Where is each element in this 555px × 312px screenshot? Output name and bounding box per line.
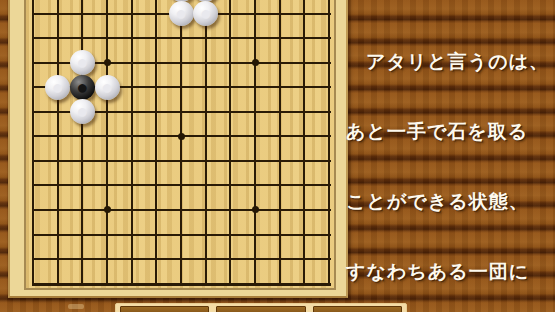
star-point xyxy=(104,206,111,213)
star-point xyxy=(252,206,259,213)
tutorial-line-3: ことができる状態、 xyxy=(346,190,555,213)
white-stone: ● xyxy=(70,50,95,75)
bottom-toolbar xyxy=(115,303,407,312)
toolbar-button-1[interactable] xyxy=(120,306,209,312)
white-stone: ● xyxy=(193,1,218,26)
white-stone: ● xyxy=(45,75,70,100)
grid-line-vertical xyxy=(106,0,108,285)
grid-line-horizontal xyxy=(32,160,331,162)
grid-line-vertical xyxy=(155,0,157,285)
toolbar-button-2[interactable] xyxy=(216,306,305,312)
star-point xyxy=(104,59,111,66)
grid-line-vertical xyxy=(254,0,256,285)
tutorial-line-2: あと一手で石を取る xyxy=(346,120,555,143)
black-stone: ● xyxy=(70,75,95,100)
tutorial-line-4: すなわちある一団に xyxy=(346,260,555,283)
grid-line-horizontal xyxy=(32,209,331,211)
grid-line-vertical xyxy=(328,0,330,285)
grid-line-vertical xyxy=(303,0,305,285)
cursor-artifact xyxy=(68,304,84,309)
grid-line-horizontal xyxy=(32,234,331,236)
grid-line-horizontal xyxy=(32,37,331,39)
grid-line-vertical xyxy=(180,0,182,285)
star-point xyxy=(178,133,185,140)
go-board-frame: ●●●●●●●●● xyxy=(8,0,348,298)
white-stone: ● xyxy=(70,99,95,124)
grid-line-horizontal xyxy=(32,184,331,186)
grid-line-horizontal xyxy=(32,283,331,286)
grid-line-vertical xyxy=(205,0,207,285)
grid-line-vertical xyxy=(32,0,34,285)
tutorial-line-1: アタリと言うのは、 xyxy=(346,50,555,73)
grid-line-vertical xyxy=(81,0,83,285)
tutorial-text-panel: アタリと言うのは、 あと一手で石を取る ことができる状態、 すなわちある一団に … xyxy=(346,3,555,312)
grid-line-vertical xyxy=(229,0,231,285)
star-point xyxy=(252,59,259,66)
go-board[interactable]: ●●●●●●●●● xyxy=(26,0,334,288)
grid-line-vertical xyxy=(279,0,281,285)
white-stone: ● xyxy=(95,75,120,100)
grid-line-vertical xyxy=(57,0,59,285)
grid-line-vertical xyxy=(131,0,133,285)
game-screen: ●●●●●●●●● アタリと言うのは、 あと一手で石を取る ことができる状態、 … xyxy=(0,0,555,312)
white-stone: ● xyxy=(169,1,194,26)
grid-line-horizontal xyxy=(32,258,331,260)
toolbar-button-3[interactable] xyxy=(313,306,402,312)
